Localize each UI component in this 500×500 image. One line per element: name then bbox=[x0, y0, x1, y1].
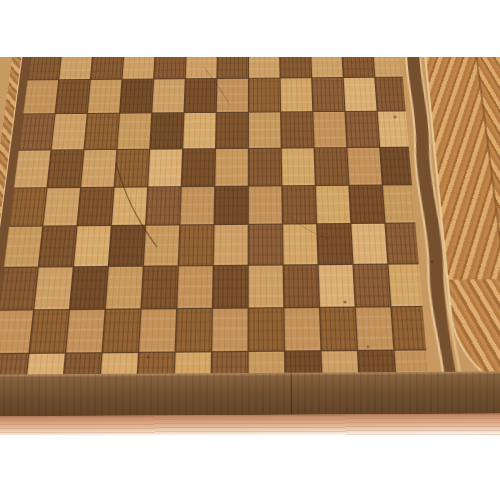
board-square bbox=[30, 310, 69, 353]
board-square bbox=[249, 57, 280, 77]
board-square bbox=[117, 114, 151, 149]
board-square bbox=[354, 265, 391, 306]
board-square bbox=[249, 308, 284, 351]
board-square bbox=[115, 150, 149, 187]
board-square bbox=[249, 186, 282, 224]
board-square bbox=[215, 149, 247, 186]
board-square bbox=[349, 185, 384, 223]
board-square bbox=[284, 308, 320, 351]
board-square bbox=[177, 266, 212, 308]
board-square bbox=[106, 267, 143, 309]
board-square bbox=[346, 112, 380, 147]
board-square bbox=[139, 309, 176, 352]
board-square bbox=[180, 187, 214, 225]
board-square bbox=[152, 79, 184, 113]
board-square bbox=[176, 309, 212, 352]
board-square bbox=[316, 185, 350, 223]
board-square bbox=[0, 310, 33, 353]
board-square bbox=[85, 114, 119, 149]
board-square bbox=[212, 308, 247, 351]
board-square bbox=[182, 149, 215, 186]
board-square bbox=[320, 307, 357, 350]
board-square bbox=[249, 113, 281, 148]
board-square bbox=[281, 78, 313, 112]
board-square bbox=[249, 149, 281, 186]
board-square bbox=[59, 57, 93, 79]
top-white-margin bbox=[0, 0, 500, 57]
board-square bbox=[81, 150, 116, 187]
board-square bbox=[249, 225, 283, 265]
board-square bbox=[74, 226, 111, 266]
board-square bbox=[0, 268, 38, 310]
board-square bbox=[317, 224, 352, 264]
board-square bbox=[39, 227, 76, 267]
board-square bbox=[282, 148, 315, 185]
board-square bbox=[186, 57, 217, 78]
board-square bbox=[48, 150, 84, 187]
board-square bbox=[109, 226, 145, 266]
apron-seam bbox=[290, 373, 291, 415]
board-square bbox=[217, 57, 248, 78]
board-square bbox=[284, 265, 319, 306]
board-square bbox=[4, 227, 42, 267]
board-square bbox=[144, 226, 179, 266]
board-square bbox=[214, 225, 248, 265]
board-square bbox=[319, 265, 355, 306]
bottom-white-margin bbox=[0, 435, 500, 500]
board-square bbox=[342, 57, 374, 77]
board-square bbox=[315, 148, 349, 185]
board-square bbox=[179, 226, 214, 266]
board-square bbox=[78, 187, 114, 225]
board-square bbox=[9, 188, 46, 226]
board-square bbox=[249, 78, 280, 112]
board-square bbox=[356, 307, 394, 350]
board-square bbox=[312, 78, 344, 112]
board-square bbox=[185, 79, 217, 113]
board-square bbox=[213, 266, 248, 308]
board-square bbox=[112, 187, 147, 225]
board-square bbox=[148, 149, 182, 186]
board-square bbox=[217, 78, 248, 112]
board-square bbox=[52, 114, 87, 149]
board-square bbox=[142, 266, 178, 308]
board-square bbox=[283, 225, 317, 265]
board-square bbox=[311, 57, 343, 77]
chessboard-grid bbox=[0, 57, 434, 400]
board-square bbox=[88, 79, 122, 113]
board-square bbox=[344, 77, 377, 111]
board-square bbox=[313, 112, 346, 147]
board-square bbox=[216, 113, 248, 148]
board-square bbox=[351, 224, 387, 264]
board-square bbox=[19, 114, 55, 149]
board-square bbox=[215, 186, 248, 224]
games-table-photo bbox=[0, 57, 500, 435]
board-square bbox=[103, 309, 141, 352]
table-edge-strip bbox=[0, 414, 500, 435]
board-square bbox=[183, 113, 215, 148]
board-square bbox=[146, 187, 181, 225]
board-square bbox=[154, 57, 186, 78]
board-square bbox=[123, 57, 155, 78]
board-square bbox=[14, 150, 50, 187]
board-square bbox=[34, 267, 72, 309]
board-square bbox=[347, 148, 381, 185]
board-square bbox=[56, 80, 90, 114]
board-square bbox=[120, 79, 153, 113]
chessboard-assembly bbox=[0, 57, 500, 418]
board-square bbox=[282, 186, 316, 224]
board-square bbox=[280, 57, 311, 77]
board-square bbox=[70, 267, 108, 309]
board-square bbox=[91, 57, 124, 79]
board-square bbox=[66, 309, 105, 352]
board-square bbox=[28, 57, 62, 79]
board-square bbox=[281, 112, 313, 147]
board-square bbox=[150, 113, 183, 148]
board-square bbox=[43, 188, 80, 226]
board-square bbox=[249, 266, 284, 307]
table-apron bbox=[0, 371, 500, 416]
screenshot-canvas bbox=[0, 0, 500, 500]
board-square bbox=[23, 80, 58, 114]
